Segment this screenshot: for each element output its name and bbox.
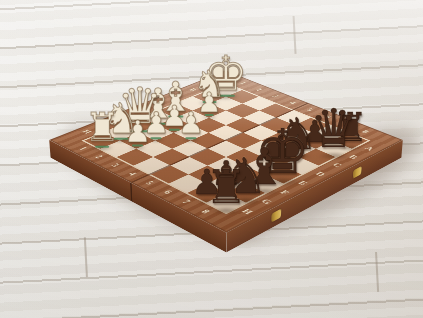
board-top-face: 12345678 12345678 ABCDEFGH ABCDEFGH xyxy=(49,71,403,233)
square-f4[interactable] xyxy=(172,141,208,157)
square-e6[interactable] xyxy=(226,149,262,166)
square-d6[interactable] xyxy=(244,141,280,157)
square-f7[interactable] xyxy=(226,166,264,184)
fold-seam-side xyxy=(130,182,132,201)
square-h2[interactable] xyxy=(100,141,136,157)
square-d7[interactable] xyxy=(263,149,299,166)
square-h8[interactable] xyxy=(207,193,246,213)
square-f6[interactable] xyxy=(208,157,245,174)
square-h7[interactable] xyxy=(187,183,226,202)
brass-clasp[interactable] xyxy=(353,166,362,179)
scene: 12345678 12345678 ABCDEFGH ABCDEFGH xyxy=(0,0,423,318)
square-g6[interactable] xyxy=(189,166,227,184)
square-h6[interactable] xyxy=(169,174,207,192)
photo-canvas: 12345678 12345678 ABCDEFGH ABCDEFGH ♜♞♛♝… xyxy=(0,0,423,318)
square-h5[interactable] xyxy=(151,166,189,184)
square-g5[interactable] xyxy=(171,157,208,174)
square-c8[interactable] xyxy=(299,149,335,166)
square-h4[interactable] xyxy=(134,157,171,174)
chess-board: 12345678 12345678 ABCDEFGH ABCDEFGH xyxy=(49,71,403,233)
square-c7[interactable] xyxy=(280,141,316,157)
square-e5[interactable] xyxy=(208,141,244,157)
square-e8[interactable] xyxy=(264,166,302,184)
brass-clasp[interactable] xyxy=(271,209,281,223)
square-b8[interactable] xyxy=(316,141,352,157)
square-g8[interactable] xyxy=(226,183,265,202)
square-g4[interactable] xyxy=(153,149,189,166)
square-f8[interactable] xyxy=(245,174,283,192)
square-d8[interactable] xyxy=(282,157,319,174)
square-g3[interactable] xyxy=(136,141,172,157)
square-f5[interactable] xyxy=(190,149,226,166)
square-e7[interactable] xyxy=(245,157,282,174)
square-h3[interactable] xyxy=(117,149,153,166)
square-g7[interactable] xyxy=(207,174,245,192)
